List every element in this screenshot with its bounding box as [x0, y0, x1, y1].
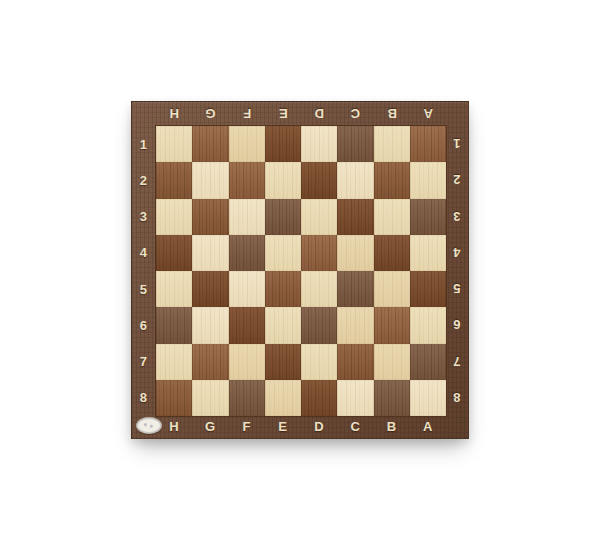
square-e3[interactable] — [265, 199, 301, 235]
square-e5[interactable] — [265, 271, 301, 307]
chess-board: HGFEDCBA HGFEDCBA 12345678 12345678 — [131, 101, 469, 439]
square-g2[interactable] — [192, 162, 228, 198]
file-label-B: B — [374, 102, 410, 125]
square-e1[interactable] — [265, 126, 301, 162]
square-h5[interactable] — [156, 271, 192, 307]
rank-label-3: 3 — [132, 199, 155, 235]
square-h2[interactable] — [156, 162, 192, 198]
square-c8[interactable] — [337, 380, 373, 416]
square-c1[interactable] — [337, 126, 373, 162]
square-b4[interactable] — [374, 235, 410, 271]
square-g5[interactable] — [192, 271, 228, 307]
square-a1[interactable] — [410, 126, 446, 162]
file-label-A: A — [410, 102, 446, 125]
file-label-H: H — [156, 102, 192, 125]
square-b6[interactable] — [374, 307, 410, 343]
square-e2[interactable] — [265, 162, 301, 198]
rank-label-5: 5 — [132, 271, 155, 307]
square-h4[interactable] — [156, 235, 192, 271]
square-g6[interactable] — [192, 307, 228, 343]
square-g3[interactable] — [192, 199, 228, 235]
file-label-C: C — [337, 415, 373, 438]
square-b5[interactable] — [374, 271, 410, 307]
square-f3[interactable] — [229, 199, 265, 235]
square-d4[interactable] — [301, 235, 337, 271]
square-a8[interactable] — [410, 380, 446, 416]
square-f8[interactable] — [229, 380, 265, 416]
square-b3[interactable] — [374, 199, 410, 235]
square-c5[interactable] — [337, 271, 373, 307]
square-g8[interactable] — [192, 380, 228, 416]
square-a5[interactable] — [410, 271, 446, 307]
maker-logo-badge-icon — [136, 417, 162, 434]
square-b8[interactable] — [374, 380, 410, 416]
square-f7[interactable] — [229, 344, 265, 380]
square-d7[interactable] — [301, 344, 337, 380]
square-h1[interactable] — [156, 126, 192, 162]
rank-label-4: 4 — [132, 235, 155, 271]
file-label-E: E — [265, 415, 301, 438]
rank-label-1: 1 — [132, 126, 155, 162]
rank-labels-left: 12345678 — [132, 126, 155, 416]
square-f4[interactable] — [229, 235, 265, 271]
file-label-C: C — [337, 102, 373, 125]
square-c2[interactable] — [337, 162, 373, 198]
square-e8[interactable] — [265, 380, 301, 416]
file-label-D: D — [301, 415, 337, 438]
rank-label-3: 3 — [445, 199, 468, 235]
square-f5[interactable] — [229, 271, 265, 307]
square-f2[interactable] — [229, 162, 265, 198]
square-a2[interactable] — [410, 162, 446, 198]
rank-label-4: 4 — [445, 235, 468, 271]
rank-label-8: 8 — [132, 380, 155, 416]
file-label-F: F — [229, 102, 265, 125]
square-d5[interactable] — [301, 271, 337, 307]
file-label-A: A — [410, 415, 446, 438]
square-h7[interactable] — [156, 344, 192, 380]
square-g1[interactable] — [192, 126, 228, 162]
square-g4[interactable] — [192, 235, 228, 271]
square-a6[interactable] — [410, 307, 446, 343]
square-d1[interactable] — [301, 126, 337, 162]
square-e4[interactable] — [265, 235, 301, 271]
square-d8[interactable] — [301, 380, 337, 416]
file-label-D: D — [301, 102, 337, 125]
square-b7[interactable] — [374, 344, 410, 380]
file-label-G: G — [192, 415, 228, 438]
board-grid — [155, 125, 447, 417]
square-d3[interactable] — [301, 199, 337, 235]
square-c4[interactable] — [337, 235, 373, 271]
file-label-B: B — [374, 415, 410, 438]
rank-label-2: 2 — [132, 162, 155, 198]
rank-labels-right: 12345678 — [445, 126, 468, 416]
file-label-E: E — [265, 102, 301, 125]
file-label-F: F — [229, 415, 265, 438]
square-b1[interactable] — [374, 126, 410, 162]
square-a4[interactable] — [410, 235, 446, 271]
square-b2[interactable] — [374, 162, 410, 198]
square-h6[interactable] — [156, 307, 192, 343]
rank-label-6: 6 — [132, 307, 155, 343]
square-h8[interactable] — [156, 380, 192, 416]
rank-label-1: 1 — [445, 126, 468, 162]
square-h3[interactable] — [156, 199, 192, 235]
square-d2[interactable] — [301, 162, 337, 198]
rank-label-7: 7 — [445, 344, 468, 380]
rank-label-7: 7 — [132, 344, 155, 380]
file-label-G: G — [192, 102, 228, 125]
square-a7[interactable] — [410, 344, 446, 380]
file-labels-bottom: HGFEDCBA — [156, 415, 446, 438]
square-e7[interactable] — [265, 344, 301, 380]
rank-label-5: 5 — [445, 271, 468, 307]
file-labels-top: HGFEDCBA — [156, 102, 446, 125]
square-f1[interactable] — [229, 126, 265, 162]
square-f6[interactable] — [229, 307, 265, 343]
rank-label-8: 8 — [445, 380, 468, 416]
square-d6[interactable] — [301, 307, 337, 343]
square-c3[interactable] — [337, 199, 373, 235]
square-a3[interactable] — [410, 199, 446, 235]
square-g7[interactable] — [192, 344, 228, 380]
square-c6[interactable] — [337, 307, 373, 343]
square-c7[interactable] — [337, 344, 373, 380]
rank-label-2: 2 — [445, 162, 468, 198]
rank-label-6: 6 — [445, 307, 468, 343]
square-e6[interactable] — [265, 307, 301, 343]
